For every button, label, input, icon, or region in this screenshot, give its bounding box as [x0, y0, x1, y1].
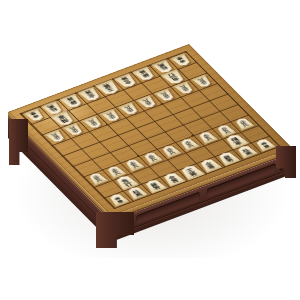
- shogi-piece-sente-p[interactable]: 歩兵: [123, 158, 145, 172]
- piece-kanji: 歩兵: [137, 95, 158, 108]
- piece-kanji: 香車: [255, 138, 276, 151]
- piece-kanji: 香車: [170, 54, 191, 67]
- piece-body: 歩兵: [100, 109, 122, 123]
- hoshi-dot: [105, 123, 109, 125]
- shogi-piece-sente-l[interactable]: 香車: [107, 192, 130, 206]
- piece-kanji: 歩兵: [161, 145, 182, 158]
- shogi-piece-sente-p[interactable]: 歩兵: [196, 130, 218, 144]
- piece-kanji: 歩兵: [192, 75, 213, 88]
- piece-kanji: 銀将: [59, 94, 83, 108]
- shogi-piece-gote-p[interactable]: 歩兵: [155, 88, 177, 102]
- hoshi-dot: [191, 134, 195, 136]
- shogi-piece-gote-p[interactable]: 歩兵: [81, 116, 103, 130]
- piece-kanji: 歩兵: [88, 173, 109, 186]
- piece-kanji: 香車: [108, 193, 129, 206]
- piece-kanji: 歩兵: [118, 102, 139, 115]
- piece-kanji: 銀将: [144, 179, 168, 193]
- shogi-piece-sente-p[interactable]: 歩兵: [178, 137, 200, 151]
- hoshi-dot: [136, 155, 140, 157]
- piece-kanji: 銀将: [133, 67, 157, 81]
- piece-body: 歩兵: [155, 88, 177, 102]
- piece-kanji: 銀将: [217, 152, 241, 166]
- shogi-piece-gote-p[interactable]: 歩兵: [136, 95, 158, 109]
- shogi-piece-sente-p[interactable]: 歩兵: [233, 117, 255, 131]
- shogi-piece-gote-p[interactable]: 歩兵: [191, 74, 213, 88]
- piece-body: 歩兵: [178, 137, 200, 151]
- piece-kanji: 歩兵: [124, 159, 145, 172]
- shogi-piece-sente-p[interactable]: 歩兵: [141, 151, 163, 165]
- piece-kanji: 桂馬: [236, 145, 258, 159]
- piece-kanji: 歩兵: [45, 130, 66, 143]
- shogi-piece-sente-p[interactable]: 歩兵: [87, 172, 109, 186]
- piece-body: 歩兵: [141, 151, 163, 165]
- piece-body: 歩兵: [123, 158, 145, 172]
- shogi-piece-sente-p[interactable]: 歩兵: [160, 144, 182, 158]
- piece-body: 香車: [107, 192, 130, 206]
- piece-body: 歩兵: [87, 172, 109, 186]
- piece-kanji: 歩兵: [100, 109, 121, 122]
- shogi-piece-gote-p[interactable]: 歩兵: [45, 129, 67, 143]
- shogi-piece-gote-p[interactable]: 歩兵: [100, 109, 122, 123]
- piece-kanji: 歩兵: [234, 118, 255, 131]
- piece-body: 香車: [253, 137, 276, 151]
- piece-body: 歩兵: [118, 102, 140, 116]
- piece-body: 歩兵: [45, 129, 67, 143]
- piece-body: 歩兵: [191, 74, 213, 88]
- piece-body: 香車: [170, 53, 193, 67]
- piece-body: 歩兵: [81, 116, 103, 130]
- piece-kanji: 歩兵: [143, 152, 164, 165]
- shogi-piece-gote-p[interactable]: 歩兵: [118, 102, 140, 116]
- piece-kanji: 歩兵: [179, 138, 200, 151]
- shogi-piece-sente-l[interactable]: 香車: [253, 137, 276, 151]
- piece-kanji: 歩兵: [197, 131, 218, 144]
- piece-kanji: 桂馬: [126, 186, 148, 200]
- piece-kanji: 歩兵: [155, 89, 176, 102]
- hoshi-dot: [160, 103, 164, 105]
- piece-kanji: 歩兵: [82, 116, 103, 129]
- shogi-set-photo: 香車桂馬銀将金将玉将金将銀将桂馬香車飛車角行歩兵歩兵歩兵歩兵歩兵歩兵歩兵歩兵歩兵…: [0, 0, 300, 300]
- shogi-piece-gote-l[interactable]: 香車: [170, 53, 193, 67]
- piece-body: 歩兵: [160, 144, 182, 158]
- piece-body: 歩兵: [196, 130, 218, 144]
- piece-body: 歩兵: [136, 95, 158, 109]
- piece-body: 歩兵: [233, 117, 255, 131]
